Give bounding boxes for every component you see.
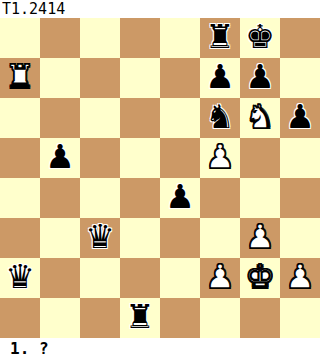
black-pawn: ♟ <box>285 98 315 137</box>
square-d3[interactable] <box>120 218 160 258</box>
square-g3[interactable]: ♟ <box>240 218 280 258</box>
square-a7[interactable]: ♜ <box>0 58 40 98</box>
square-b8[interactable] <box>40 18 80 58</box>
square-g8[interactable]: ♚ <box>240 18 280 58</box>
white-king: ♚ <box>245 258 275 297</box>
square-d8[interactable] <box>120 18 160 58</box>
square-h4[interactable] <box>280 178 320 218</box>
black-pawn: ♟ <box>165 178 195 217</box>
footer: 1. ? <box>0 338 320 360</box>
white-rook: ♜ <box>5 58 35 97</box>
square-e3[interactable] <box>160 218 200 258</box>
square-a8[interactable] <box>0 18 40 58</box>
square-h8[interactable] <box>280 18 320 58</box>
square-f8[interactable]: ♜ <box>200 18 240 58</box>
square-h3[interactable] <box>280 218 320 258</box>
square-f2[interactable]: ♟ <box>200 258 240 298</box>
square-c1[interactable] <box>80 298 120 338</box>
square-f5[interactable]: ♟ <box>200 138 240 178</box>
square-a5[interactable] <box>0 138 40 178</box>
square-c8[interactable] <box>80 18 120 58</box>
square-g2[interactable]: ♚ <box>240 258 280 298</box>
black-rook: ♜ <box>205 18 235 57</box>
square-c3[interactable]: ♛ <box>80 218 120 258</box>
chess-board: ♜♚♜♟♟♞♞♟♟♟♟♛♟♛♟♚♟♜ <box>0 18 320 338</box>
black-knight: ♞ <box>205 98 235 137</box>
white-pawn: ♟ <box>205 258 235 297</box>
square-h1[interactable] <box>280 298 320 338</box>
square-e4[interactable]: ♟ <box>160 178 200 218</box>
square-h7[interactable] <box>280 58 320 98</box>
black-king: ♚ <box>245 18 275 57</box>
square-b1[interactable] <box>40 298 80 338</box>
square-g1[interactable] <box>240 298 280 338</box>
square-b3[interactable] <box>40 218 80 258</box>
square-f4[interactable] <box>200 178 240 218</box>
square-d2[interactable] <box>120 258 160 298</box>
square-d1[interactable]: ♜ <box>120 298 160 338</box>
square-c4[interactable] <box>80 178 120 218</box>
square-e1[interactable] <box>160 298 200 338</box>
square-d7[interactable] <box>120 58 160 98</box>
square-a2[interactable]: ♛ <box>0 258 40 298</box>
square-d6[interactable] <box>120 98 160 138</box>
square-b2[interactable] <box>40 258 80 298</box>
square-e8[interactable] <box>160 18 200 58</box>
square-c6[interactable] <box>80 98 120 138</box>
square-g7[interactable]: ♟ <box>240 58 280 98</box>
square-c2[interactable] <box>80 258 120 298</box>
square-e6[interactable] <box>160 98 200 138</box>
square-f7[interactable]: ♟ <box>200 58 240 98</box>
square-b5[interactable]: ♟ <box>40 138 80 178</box>
square-a3[interactable] <box>0 218 40 258</box>
puzzle-title: T1.2414 <box>0 0 65 18</box>
black-pawn: ♟ <box>245 58 275 97</box>
square-a6[interactable] <box>0 98 40 138</box>
white-knight: ♞ <box>245 98 275 137</box>
square-g4[interactable] <box>240 178 280 218</box>
header: T1.2414 <box>0 0 320 18</box>
chess-trainer-window: T1.2414 ♜♚♜♟♟♞♞♟♟♟♟♛♟♛♟♚♟♜ 1. ? <box>0 0 320 360</box>
square-h6[interactable]: ♟ <box>280 98 320 138</box>
black-queen: ♛ <box>5 258 35 297</box>
square-g5[interactable] <box>240 138 280 178</box>
black-pawn: ♟ <box>45 138 75 177</box>
square-f1[interactable] <box>200 298 240 338</box>
square-h2[interactable]: ♟ <box>280 258 320 298</box>
white-pawn: ♟ <box>285 258 315 297</box>
square-f6[interactable]: ♞ <box>200 98 240 138</box>
square-b6[interactable] <box>40 98 80 138</box>
square-e7[interactable] <box>160 58 200 98</box>
square-h5[interactable] <box>280 138 320 178</box>
square-f3[interactable] <box>200 218 240 258</box>
square-c7[interactable] <box>80 58 120 98</box>
square-b7[interactable] <box>40 58 80 98</box>
square-a1[interactable] <box>0 298 40 338</box>
square-a4[interactable] <box>0 178 40 218</box>
move-prompt: 1. ? <box>0 338 49 360</box>
square-d4[interactable] <box>120 178 160 218</box>
square-e2[interactable] <box>160 258 200 298</box>
black-pawn: ♟ <box>205 58 235 97</box>
white-pawn: ♟ <box>205 138 235 177</box>
square-c5[interactable] <box>80 138 120 178</box>
black-queen: ♛ <box>85 218 115 257</box>
square-d5[interactable] <box>120 138 160 178</box>
square-b4[interactable] <box>40 178 80 218</box>
black-rook: ♜ <box>125 298 155 337</box>
white-pawn: ♟ <box>245 218 275 257</box>
square-g6[interactable]: ♞ <box>240 98 280 138</box>
square-e5[interactable] <box>160 138 200 178</box>
